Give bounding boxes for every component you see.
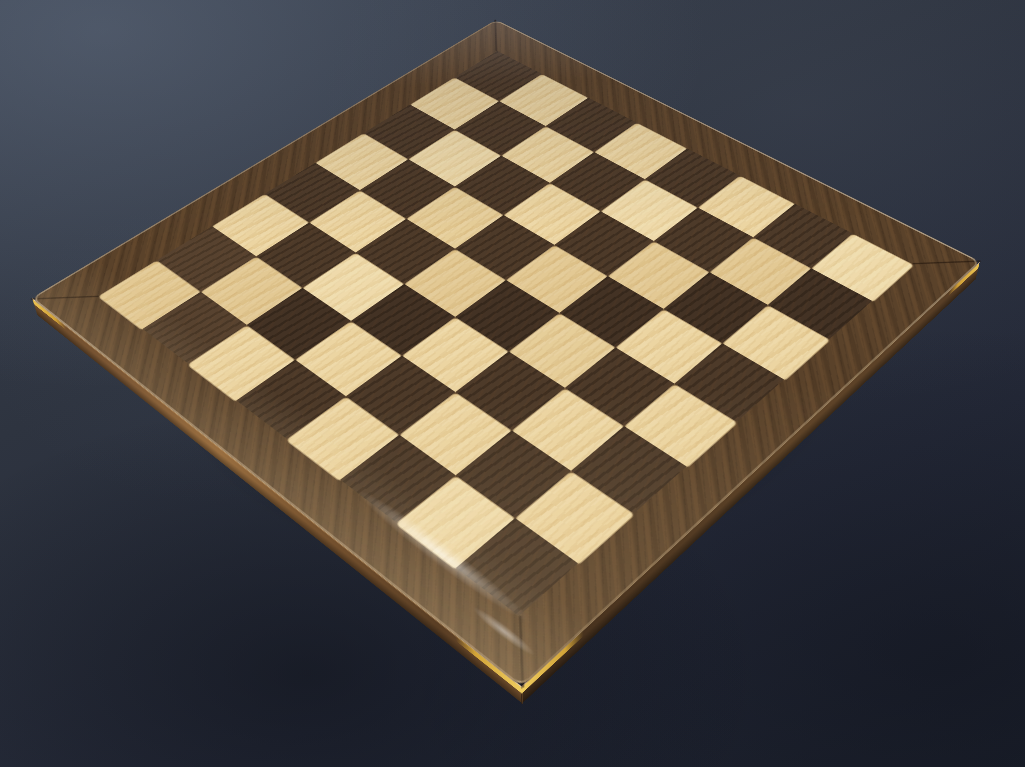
border-miter-seam-left	[31, 296, 99, 300]
square-d2	[294, 321, 404, 399]
square-g2	[456, 430, 571, 518]
square-b1	[143, 292, 247, 364]
square-c1	[187, 325, 297, 403]
square-f5	[559, 276, 663, 347]
border-miter-seam-right	[912, 260, 980, 264]
square-h7	[768, 268, 872, 339]
square-e4	[455, 280, 559, 351]
square-g6	[664, 272, 768, 343]
square-g3	[510, 388, 626, 473]
square-f2	[398, 392, 514, 478]
square-d1	[236, 360, 346, 439]
square-d3	[351, 284, 455, 356]
chessboard-scene	[0, 0, 1025, 767]
board-top-face	[31, 20, 981, 688]
border-miter-seam-far	[494, 20, 497, 51]
square-h1	[456, 518, 578, 616]
square-h5	[674, 343, 784, 422]
square-h4	[623, 384, 739, 469]
square-g5	[614, 309, 724, 386]
square-h6	[721, 305, 831, 382]
square-e3	[400, 317, 510, 394]
border-miter-seam-near	[519, 616, 524, 688]
square-g4	[565, 347, 675, 426]
specular-highlight-small	[469, 604, 538, 659]
square-f3	[455, 351, 565, 430]
square-e2	[346, 356, 456, 435]
board-grid	[99, 51, 913, 616]
square-h2	[513, 471, 635, 566]
square-e1	[285, 396, 401, 482]
square-g1	[395, 475, 517, 570]
square-c2	[247, 288, 351, 360]
square-f4	[507, 313, 617, 390]
chess-board	[31, 20, 981, 688]
square-f1	[340, 435, 455, 523]
square-h3	[571, 426, 686, 513]
